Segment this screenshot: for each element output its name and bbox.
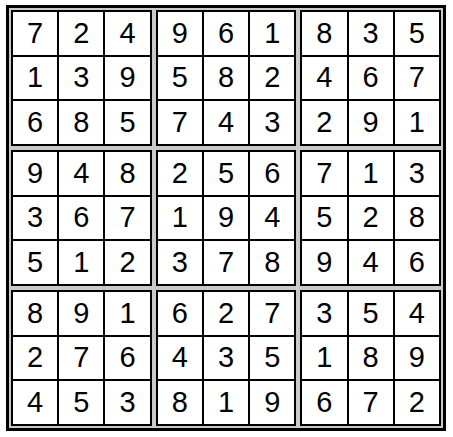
cell-r6c5[interactable]: 7 — [204, 241, 248, 284]
cell-r5c3[interactable]: 7 — [105, 197, 149, 240]
cell-r3c6[interactable]: 3 — [250, 101, 294, 144]
cell-r1c4[interactable]: 9 — [158, 12, 202, 55]
cell-r9c9[interactable]: 2 — [395, 381, 439, 424]
box-1-1: 256194378 — [156, 150, 297, 286]
cell-r7c6[interactable]: 7 — [250, 292, 294, 335]
cell-r7c1[interactable]: 8 — [13, 292, 57, 335]
cell-r8c5[interactable]: 3 — [204, 337, 248, 380]
cell-r9c5[interactable]: 1 — [204, 381, 248, 424]
cell-r9c2[interactable]: 5 — [59, 381, 103, 424]
cell-r5c2[interactable]: 6 — [59, 197, 103, 240]
cell-r1c7[interactable]: 8 — [302, 12, 346, 55]
cell-r9c7[interactable]: 6 — [302, 381, 346, 424]
cell-r4c6[interactable]: 6 — [250, 152, 294, 195]
cell-r4c7[interactable]: 7 — [302, 152, 346, 195]
cell-r7c4[interactable]: 6 — [158, 292, 202, 335]
cell-r9c6[interactable]: 9 — [250, 381, 294, 424]
box-0-0: 724139685 — [11, 10, 152, 146]
cell-r9c8[interactable]: 7 — [349, 381, 393, 424]
sudoku-board: 7241396859615827438354672919483675122561… — [6, 5, 446, 431]
cell-r7c7[interactable]: 3 — [302, 292, 346, 335]
box-2-0: 891276453 — [11, 290, 152, 426]
box-2-1: 627435819 — [156, 290, 297, 426]
cell-r4c1[interactable]: 9 — [13, 152, 57, 195]
cell-r8c3[interactable]: 6 — [105, 337, 149, 380]
cell-r6c7[interactable]: 9 — [302, 241, 346, 284]
cell-r3c8[interactable]: 9 — [349, 101, 393, 144]
cell-r1c9[interactable]: 5 — [395, 12, 439, 55]
cell-r8c4[interactable]: 4 — [158, 337, 202, 380]
cell-r3c1[interactable]: 6 — [13, 101, 57, 144]
cell-r1c1[interactable]: 7 — [13, 12, 57, 55]
cell-r5c8[interactable]: 2 — [349, 197, 393, 240]
cell-r2c7[interactable]: 4 — [302, 57, 346, 100]
cell-r2c2[interactable]: 3 — [59, 57, 103, 100]
cell-r3c2[interactable]: 8 — [59, 101, 103, 144]
cell-r2c9[interactable]: 7 — [395, 57, 439, 100]
cell-r5c7[interactable]: 5 — [302, 197, 346, 240]
cell-r6c3[interactable]: 2 — [105, 241, 149, 284]
box-0-1: 961582743 — [156, 10, 297, 146]
box-1-0: 948367512 — [11, 150, 152, 286]
cell-r3c9[interactable]: 1 — [395, 101, 439, 144]
cell-r6c1[interactable]: 5 — [13, 241, 57, 284]
cell-r9c3[interactable]: 3 — [105, 381, 149, 424]
cell-r5c1[interactable]: 3 — [13, 197, 57, 240]
cell-r3c5[interactable]: 4 — [204, 101, 248, 144]
cell-r1c5[interactable]: 6 — [204, 12, 248, 55]
cell-r9c4[interactable]: 8 — [158, 381, 202, 424]
cell-r4c5[interactable]: 5 — [204, 152, 248, 195]
cell-r7c9[interactable]: 4 — [395, 292, 439, 335]
cell-r1c2[interactable]: 2 — [59, 12, 103, 55]
cell-r8c1[interactable]: 2 — [13, 337, 57, 380]
cell-r5c9[interactable]: 8 — [395, 197, 439, 240]
cell-r6c9[interactable]: 6 — [395, 241, 439, 284]
cell-r6c2[interactable]: 1 — [59, 241, 103, 284]
cell-r7c5[interactable]: 2 — [204, 292, 248, 335]
box-2-2: 354189672 — [300, 290, 441, 426]
cell-r6c4[interactable]: 3 — [158, 241, 202, 284]
cell-r9c1[interactable]: 4 — [13, 381, 57, 424]
cell-r6c6[interactable]: 8 — [250, 241, 294, 284]
cell-r4c9[interactable]: 3 — [395, 152, 439, 195]
cell-r7c8[interactable]: 5 — [349, 292, 393, 335]
box-1-2: 713528946 — [300, 150, 441, 286]
cell-r8c8[interactable]: 8 — [349, 337, 393, 380]
cell-r1c6[interactable]: 1 — [250, 12, 294, 55]
cell-r6c8[interactable]: 4 — [349, 241, 393, 284]
cell-r2c6[interactable]: 2 — [250, 57, 294, 100]
cell-r8c7[interactable]: 1 — [302, 337, 346, 380]
cell-r8c6[interactable]: 5 — [250, 337, 294, 380]
cell-r3c4[interactable]: 7 — [158, 101, 202, 144]
cell-r5c5[interactable]: 9 — [204, 197, 248, 240]
cell-r4c4[interactable]: 2 — [158, 152, 202, 195]
cell-r4c2[interactable]: 4 — [59, 152, 103, 195]
cell-r2c1[interactable]: 1 — [13, 57, 57, 100]
cell-r7c3[interactable]: 1 — [105, 292, 149, 335]
cell-r5c6[interactable]: 4 — [250, 197, 294, 240]
cell-r8c2[interactable]: 7 — [59, 337, 103, 380]
cell-r2c8[interactable]: 6 — [349, 57, 393, 100]
cell-r2c3[interactable]: 9 — [105, 57, 149, 100]
cell-r3c3[interactable]: 5 — [105, 101, 149, 144]
sudoku-page: 7241396859615827438354672919483675122561… — [0, 0, 453, 437]
cell-r2c4[interactable]: 5 — [158, 57, 202, 100]
cell-r1c8[interactable]: 3 — [349, 12, 393, 55]
box-0-2: 835467291 — [300, 10, 441, 146]
cell-r8c9[interactable]: 9 — [395, 337, 439, 380]
cell-r1c3[interactable]: 4 — [105, 12, 149, 55]
cell-r7c2[interactable]: 9 — [59, 292, 103, 335]
cell-r4c8[interactable]: 1 — [349, 152, 393, 195]
cell-r3c7[interactable]: 2 — [302, 101, 346, 144]
cell-r5c4[interactable]: 1 — [158, 197, 202, 240]
cell-r2c5[interactable]: 8 — [204, 57, 248, 100]
cell-r4c3[interactable]: 8 — [105, 152, 149, 195]
